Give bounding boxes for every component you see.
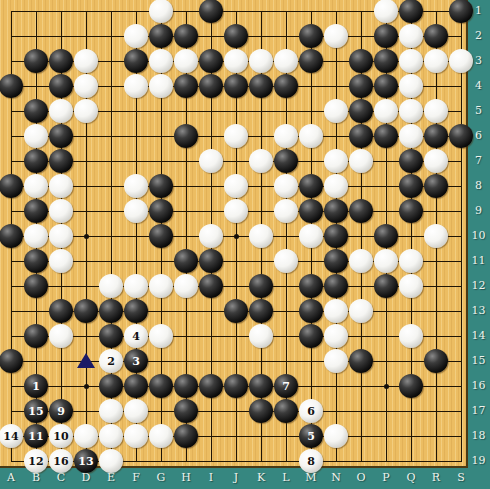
white-stone[interactable]	[399, 49, 423, 73]
white-stone[interactable]	[299, 224, 323, 248]
black-stone[interactable]	[249, 274, 273, 298]
black-stone[interactable]	[374, 224, 398, 248]
grid-line	[461, 11, 462, 462]
white-stone[interactable]	[24, 124, 48, 148]
black-stone[interactable]	[24, 49, 48, 73]
white-stone[interactable]	[49, 324, 73, 348]
white-stone[interactable]	[99, 449, 123, 473]
black-stone[interactable]	[124, 49, 148, 73]
row-label: 7	[467, 154, 490, 167]
black-stone[interactable]	[299, 24, 323, 48]
black-stone[interactable]	[399, 174, 423, 198]
move-number: 14	[3, 431, 18, 442]
black-stone[interactable]	[399, 199, 423, 223]
white-stone[interactable]	[99, 274, 123, 298]
move-number: 5	[307, 431, 315, 442]
black-stone[interactable]	[99, 374, 123, 398]
white-stone[interactable]	[349, 149, 373, 173]
white-stone[interactable]	[149, 49, 173, 73]
black-stone[interactable]	[349, 349, 373, 373]
black-stone[interactable]	[149, 199, 173, 223]
white-stone[interactable]	[399, 324, 423, 348]
grid-line	[11, 336, 462, 337]
white-stone[interactable]	[49, 174, 73, 198]
black-stone[interactable]	[349, 124, 373, 148]
col-label: O	[353, 471, 369, 484]
white-stone[interactable]	[224, 199, 248, 223]
white-stone[interactable]	[349, 299, 373, 323]
move-number: 13	[78, 456, 93, 467]
row-label: 6	[467, 129, 490, 142]
row-label: 15	[467, 354, 490, 367]
star-point	[384, 384, 389, 389]
white-stone[interactable]	[424, 49, 448, 73]
black-stone[interactable]	[49, 299, 73, 323]
black-stone[interactable]	[349, 199, 373, 223]
white-stone[interactable]	[324, 324, 348, 348]
white-stone[interactable]	[124, 199, 148, 223]
white-stone[interactable]	[324, 349, 348, 373]
black-stone[interactable]	[274, 399, 298, 423]
black-stone[interactable]	[374, 49, 398, 73]
black-stone[interactable]	[99, 324, 123, 348]
white-stone[interactable]	[49, 199, 73, 223]
black-stone[interactable]	[124, 299, 148, 323]
black-stone[interactable]	[299, 324, 323, 348]
black-stone[interactable]	[324, 249, 348, 273]
white-stone[interactable]	[149, 324, 173, 348]
black-stone[interactable]	[149, 174, 173, 198]
move-number: 1	[32, 381, 40, 392]
col-label: M	[303, 471, 319, 484]
white-stone[interactable]: 14	[0, 424, 23, 448]
col-label: H	[178, 471, 194, 484]
white-stone[interactable]	[99, 399, 123, 423]
white-stone[interactable]: 6	[299, 399, 323, 423]
black-stone[interactable]	[249, 399, 273, 423]
row-label: 2	[467, 29, 490, 42]
white-stone[interactable]	[399, 74, 423, 98]
black-stone[interactable]: 7	[274, 374, 298, 398]
black-stone[interactable]: 5	[299, 424, 323, 448]
black-stone[interactable]	[224, 74, 248, 98]
black-stone[interactable]	[24, 249, 48, 273]
white-stone[interactable]	[374, 249, 398, 273]
white-stone[interactable]: 12	[24, 449, 48, 473]
black-stone[interactable]	[174, 249, 198, 273]
white-stone[interactable]	[199, 149, 223, 173]
black-stone[interactable]	[249, 299, 273, 323]
black-stone[interactable]: 9	[49, 399, 73, 423]
black-stone[interactable]	[0, 224, 23, 248]
black-stone[interactable]	[199, 274, 223, 298]
col-label: R	[428, 471, 444, 484]
white-stone[interactable]	[424, 149, 448, 173]
black-stone[interactable]	[299, 49, 323, 73]
black-stone[interactable]: 15	[24, 399, 48, 423]
black-stone[interactable]	[99, 299, 123, 323]
black-stone[interactable]	[0, 174, 23, 198]
col-label: Q	[403, 471, 419, 484]
black-stone[interactable]	[374, 274, 398, 298]
col-label: L	[278, 471, 294, 484]
black-stone[interactable]	[0, 349, 23, 373]
white-stone[interactable]	[374, 0, 398, 23]
white-stone[interactable]	[249, 49, 273, 73]
white-stone[interactable]	[149, 274, 173, 298]
black-stone[interactable]	[249, 374, 273, 398]
black-stone[interactable]	[149, 224, 173, 248]
white-stone[interactable]	[249, 224, 273, 248]
move-number: 16	[53, 456, 68, 467]
move-number: 12	[28, 456, 43, 467]
row-label: 13	[467, 304, 490, 317]
move-number: 10	[53, 431, 68, 442]
row-label: 8	[467, 179, 490, 192]
white-stone[interactable]	[74, 49, 98, 73]
black-stone[interactable]	[299, 199, 323, 223]
black-stone[interactable]	[249, 74, 273, 98]
white-stone[interactable]	[274, 199, 298, 223]
white-stone[interactable]	[324, 299, 348, 323]
black-stone[interactable]	[199, 249, 223, 273]
white-stone[interactable]	[149, 74, 173, 98]
white-stone[interactable]	[224, 49, 248, 73]
row-label: 9	[467, 204, 490, 217]
black-stone[interactable]	[399, 149, 423, 173]
white-stone[interactable]	[299, 124, 323, 148]
col-label: B	[28, 471, 44, 484]
white-stone[interactable]: 16	[49, 449, 73, 473]
col-label: D	[78, 471, 94, 484]
black-stone[interactable]	[349, 99, 373, 123]
col-label: P	[378, 471, 394, 484]
black-stone[interactable]: 1	[24, 374, 48, 398]
col-label: C	[53, 471, 69, 484]
black-stone[interactable]	[224, 374, 248, 398]
row-label: 17	[467, 404, 490, 417]
black-stone[interactable]	[174, 399, 198, 423]
white-stone[interactable]	[124, 274, 148, 298]
row-label: 11	[467, 254, 490, 267]
white-stone[interactable]	[399, 124, 423, 148]
black-stone[interactable]	[149, 24, 173, 48]
white-stone[interactable]	[274, 49, 298, 73]
black-stone[interactable]	[399, 374, 423, 398]
white-stone[interactable]	[249, 149, 273, 173]
white-stone[interactable]: 10	[49, 424, 73, 448]
white-stone[interactable]	[24, 224, 48, 248]
white-stone[interactable]	[324, 424, 348, 448]
white-stone[interactable]	[399, 24, 423, 48]
star-point	[84, 234, 89, 239]
col-label: F	[128, 471, 144, 484]
black-stone[interactable]	[174, 424, 198, 448]
white-stone[interactable]: 8	[299, 449, 323, 473]
col-label: N	[328, 471, 344, 484]
row-label: 18	[467, 429, 490, 442]
go-game-window: 42317159614111051216138 ABCDEFGHIJKLMNOP…	[0, 0, 490, 489]
black-stone[interactable]	[174, 74, 198, 98]
black-stone[interactable]	[174, 374, 198, 398]
col-label: E	[103, 471, 119, 484]
black-stone[interactable]	[149, 374, 173, 398]
row-label: 3	[467, 54, 490, 67]
black-stone[interactable]	[124, 374, 148, 398]
white-stone[interactable]	[74, 424, 98, 448]
white-stone[interactable]	[124, 174, 148, 198]
black-stone[interactable]	[24, 324, 48, 348]
white-stone[interactable]	[324, 174, 348, 198]
black-stone[interactable]	[349, 74, 373, 98]
black-stone[interactable]	[324, 199, 348, 223]
black-stone[interactable]	[199, 0, 223, 23]
row-label: 1	[467, 4, 490, 17]
black-stone[interactable]	[74, 299, 98, 323]
move-number: 8	[307, 456, 315, 467]
col-label: I	[203, 471, 219, 484]
move-number: 6	[307, 406, 315, 417]
white-stone[interactable]	[399, 99, 423, 123]
white-stone[interactable]	[174, 49, 198, 73]
white-stone[interactable]	[274, 249, 298, 273]
white-stone[interactable]	[74, 74, 98, 98]
row-label: 14	[467, 329, 490, 342]
black-stone[interactable]	[274, 149, 298, 173]
white-stone[interactable]	[174, 274, 198, 298]
row-label: 19	[467, 454, 490, 467]
black-stone[interactable]	[399, 0, 423, 23]
move-number: 7	[282, 381, 290, 392]
white-stone[interactable]	[399, 274, 423, 298]
white-stone[interactable]: 4	[124, 324, 148, 348]
col-label: K	[253, 471, 269, 484]
white-stone[interactable]	[74, 99, 98, 123]
white-stone[interactable]	[124, 74, 148, 98]
white-stone[interactable]	[149, 0, 173, 23]
black-stone[interactable]	[424, 24, 448, 48]
white-stone[interactable]	[274, 124, 298, 148]
black-stone[interactable]	[24, 199, 48, 223]
white-stone[interactable]	[324, 24, 348, 48]
black-stone[interactable]	[49, 149, 73, 173]
black-stone[interactable]	[0, 74, 23, 98]
black-stone[interactable]	[324, 224, 348, 248]
move-number: 2	[107, 356, 115, 367]
white-stone[interactable]	[99, 424, 123, 448]
black-stone[interactable]	[174, 24, 198, 48]
white-stone[interactable]	[224, 124, 248, 148]
move-number: 9	[57, 406, 65, 417]
move-number: 11	[28, 431, 43, 442]
white-stone[interactable]	[424, 99, 448, 123]
black-stone[interactable]	[374, 124, 398, 148]
col-label: G	[153, 471, 169, 484]
black-stone[interactable]	[24, 99, 48, 123]
black-stone[interactable]	[299, 274, 323, 298]
black-stone[interactable]	[299, 299, 323, 323]
white-stone[interactable]	[49, 99, 73, 123]
black-stone[interactable]	[224, 299, 248, 323]
white-stone[interactable]	[399, 249, 423, 273]
go-board[interactable]: 42317159614111051216138	[0, 0, 468, 468]
white-stone[interactable]	[124, 24, 148, 48]
black-stone[interactable]	[424, 349, 448, 373]
white-stone[interactable]	[424, 224, 448, 248]
move-number: 3	[132, 356, 140, 367]
black-stone[interactable]: 13	[74, 449, 98, 473]
row-label: 12	[467, 279, 490, 292]
black-stone[interactable]	[424, 174, 448, 198]
black-stone[interactable]	[224, 24, 248, 48]
row-label: 5	[467, 104, 490, 117]
row-label: 10	[467, 229, 490, 242]
black-stone[interactable]	[199, 374, 223, 398]
black-stone[interactable]	[24, 274, 48, 298]
row-label: 4	[467, 79, 490, 92]
white-stone[interactable]	[124, 399, 148, 423]
white-stone[interactable]	[49, 249, 73, 273]
star-point	[234, 234, 239, 239]
black-stone[interactable]	[374, 74, 398, 98]
black-stone[interactable]	[49, 49, 73, 73]
white-stone[interactable]	[324, 149, 348, 173]
col-label: S	[453, 471, 469, 484]
black-stone[interactable]	[349, 49, 373, 73]
black-stone[interactable]	[299, 174, 323, 198]
black-stone[interactable]	[274, 74, 298, 98]
white-stone[interactable]	[149, 424, 173, 448]
black-stone[interactable]	[324, 274, 348, 298]
white-stone[interactable]	[274, 174, 298, 198]
row-label: 16	[467, 379, 490, 392]
white-stone[interactable]	[49, 224, 73, 248]
black-stone[interactable]	[174, 124, 198, 148]
white-stone[interactable]	[249, 324, 273, 348]
white-stone[interactable]	[199, 224, 223, 248]
star-point	[84, 384, 89, 389]
grid-line	[11, 411, 462, 412]
black-stone[interactable]	[24, 149, 48, 173]
black-stone[interactable]	[374, 24, 398, 48]
white-stone[interactable]	[374, 99, 398, 123]
black-stone[interactable]	[199, 74, 223, 98]
black-stone[interactable]	[199, 49, 223, 73]
black-stone[interactable]	[424, 124, 448, 148]
black-stone[interactable]: 3	[124, 349, 148, 373]
white-stone[interactable]	[124, 424, 148, 448]
col-label: J	[228, 471, 244, 484]
white-stone[interactable]	[24, 174, 48, 198]
col-label: A	[3, 471, 19, 484]
white-stone[interactable]: 2	[99, 349, 123, 373]
black-stone[interactable]: 11	[24, 424, 48, 448]
white-stone[interactable]	[349, 249, 373, 273]
move-number: 4	[132, 331, 140, 342]
white-stone[interactable]	[224, 174, 248, 198]
move-number: 15	[28, 406, 43, 417]
black-stone[interactable]	[49, 124, 73, 148]
black-stone[interactable]	[49, 74, 73, 98]
triangle-marker	[77, 353, 95, 368]
white-stone[interactable]	[324, 99, 348, 123]
